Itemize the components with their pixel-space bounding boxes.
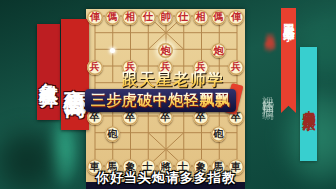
board-cell bbox=[174, 126, 192, 143]
right-cyan-banner-text: 中局精妙杀法 bbox=[300, 100, 318, 109]
board-cell bbox=[139, 42, 157, 59]
board-cell bbox=[174, 42, 192, 59]
board-cell bbox=[139, 126, 157, 143]
left-banner-primary-text: 象棋星算 bbox=[36, 68, 62, 76]
board-cell: 仕 bbox=[174, 9, 192, 26]
left-banner-secondary-text: 心算更简 bbox=[60, 71, 91, 79]
board-cell bbox=[210, 142, 228, 159]
board-cell bbox=[192, 142, 210, 159]
piece-俥: 俥 bbox=[228, 10, 244, 26]
board-cell: 兵 bbox=[86, 59, 104, 76]
board-cell bbox=[139, 26, 157, 43]
board-cell bbox=[227, 126, 245, 143]
board-cell bbox=[210, 26, 228, 43]
board-cell bbox=[227, 142, 245, 159]
board-cell bbox=[86, 142, 104, 159]
background-shadow-blob bbox=[0, 125, 62, 189]
board-cell bbox=[139, 142, 157, 159]
piece-炮: 炮 bbox=[211, 43, 227, 59]
left-banner-primary: 象棋星算 bbox=[37, 24, 60, 120]
board-cell bbox=[174, 26, 192, 43]
board-cell bbox=[192, 26, 210, 43]
piece-仕: 仕 bbox=[175, 10, 191, 26]
board-cell bbox=[121, 142, 139, 159]
board-cell bbox=[192, 126, 210, 143]
board-cell: 相 bbox=[192, 9, 210, 26]
title-banner-text: 三步虎破中炮轻飘飘 bbox=[91, 91, 231, 110]
board-cell: 俥 bbox=[86, 9, 104, 26]
board-cell: 仕 bbox=[139, 9, 157, 26]
title-banner: 三步虎破中炮轻飘飘 bbox=[85, 89, 236, 112]
piece-炮: 炮 bbox=[158, 43, 174, 59]
board-cell bbox=[104, 26, 122, 43]
right-cyan-banner: 中局精妙杀法 bbox=[300, 47, 317, 161]
board-cell bbox=[227, 42, 245, 59]
board-cell bbox=[174, 142, 192, 159]
piece-帥: 帥 bbox=[158, 10, 174, 26]
right-red-ribbon-text: 跟天星老师学 bbox=[281, 14, 296, 23]
piece-俥: 俥 bbox=[87, 10, 103, 26]
left-banner-secondary: 心算更简 bbox=[61, 19, 89, 130]
board-cell: 俥 bbox=[227, 9, 245, 26]
board-cell bbox=[157, 26, 175, 43]
piece-相: 相 bbox=[122, 10, 138, 26]
board-cell bbox=[157, 126, 175, 143]
piece-傌: 傌 bbox=[211, 10, 227, 26]
board-cell bbox=[227, 26, 245, 43]
watermark-column: 视熙棋旺启搜编 bbox=[259, 86, 276, 100]
board-cell: 相 bbox=[121, 9, 139, 26]
bottom-caption: 你好当头炮请多多指教 bbox=[80, 169, 252, 187]
piece-砲: 砲 bbox=[105, 126, 121, 142]
piece-砲: 砲 bbox=[211, 126, 227, 142]
board-cell bbox=[157, 142, 175, 159]
board-cell bbox=[104, 142, 122, 159]
piece-兵: 兵 bbox=[87, 60, 103, 76]
board-cell bbox=[104, 42, 122, 59]
board-cell bbox=[192, 42, 210, 59]
board-cell bbox=[121, 42, 139, 59]
video-thumbnail[interactable]: 天星老师学 视熙棋旺启搜编 bbox=[0, 0, 336, 189]
piece-仕: 仕 bbox=[140, 10, 156, 26]
move-from-dot bbox=[110, 48, 115, 53]
board-cell: 砲 bbox=[104, 126, 122, 143]
right-red-ribbon: 跟天星老师学 bbox=[281, 8, 296, 113]
board-cell: 砲 bbox=[210, 126, 228, 143]
board-cell: 炮 bbox=[157, 42, 175, 59]
board-cell: 傌 bbox=[104, 9, 122, 26]
blurred-red-watermark: 天星老师学 bbox=[262, 24, 277, 34]
piece-傌: 傌 bbox=[105, 10, 121, 26]
board-cell: 炮 bbox=[210, 42, 228, 59]
board-cell bbox=[121, 126, 139, 143]
board-cell bbox=[121, 26, 139, 43]
board-cell: 傌 bbox=[210, 9, 228, 26]
subtitle-text: 跟天星老师学 bbox=[108, 70, 238, 91]
piece-相: 相 bbox=[193, 10, 209, 26]
board-cell: 帥 bbox=[157, 9, 175, 26]
